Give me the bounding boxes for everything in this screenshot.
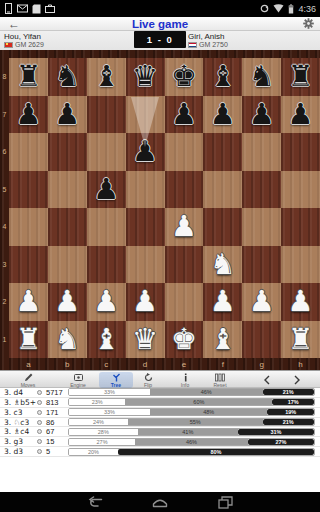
square-a5[interactable] (9, 171, 48, 209)
games-count: 15 (46, 437, 54, 446)
app-bar: ← Live game (0, 17, 320, 31)
square-h6[interactable] (281, 133, 320, 171)
briefcase-icon (45, 4, 55, 13)
square-c2[interactable]: ♟ (87, 283, 126, 321)
black-player-name: Giri, Anish (188, 32, 228, 41)
white-wins-segment: 20% (69, 449, 118, 455)
square-e6[interactable] (165, 133, 204, 171)
sd-card-icon (32, 4, 41, 14)
white-p-piece: ♟ (93, 287, 119, 316)
square-e4[interactable]: ♟ (165, 208, 204, 246)
tree-move-row-2[interactable]: 3. ♗b5+81323%60%17% (0, 398, 320, 408)
opening-book-icon (37, 400, 42, 405)
white-wins-segment: 33% (69, 389, 150, 395)
chevron-left-icon (263, 375, 271, 385)
games-count: 5 (46, 447, 50, 456)
black-p-piece: ♟ (54, 100, 80, 129)
square-a4[interactable] (9, 208, 48, 246)
square-d5[interactable] (126, 171, 165, 209)
square-f8[interactable]: ♝ (203, 58, 242, 96)
white-wins-segment: 24% (69, 419, 128, 425)
page-title: Live game (0, 18, 320, 30)
square-b7[interactable]: ♟ (48, 96, 87, 134)
square-a6[interactable] (9, 133, 48, 171)
rank-label-1: 1 (0, 321, 9, 359)
square-c3[interactable] (87, 246, 126, 284)
square-f6[interactable] (203, 133, 242, 171)
next-move-button[interactable] (290, 374, 304, 386)
tab-tree[interactable]: Tree (99, 372, 133, 388)
square-b2[interactable]: ♟ (48, 283, 87, 321)
tree-move: 3. ♗b5+ (4, 398, 36, 407)
android-nav-bar (0, 492, 320, 512)
square-a7[interactable]: ♟ (9, 96, 48, 134)
square-f7[interactable]: ♟ (203, 96, 242, 134)
square-g5[interactable] (242, 171, 281, 209)
square-g2[interactable]: ♟ (242, 283, 281, 321)
result-stats-bar: 24%55%21% (68, 418, 315, 426)
netherlands-flag-icon (188, 42, 197, 48)
tab-flip[interactable]: Flip (131, 372, 165, 388)
black-p-piece: ♟ (93, 175, 119, 204)
file-coordinates: abcdefgh (9, 358, 320, 370)
score-badge: 1 - 0 (134, 31, 186, 48)
tree-branch-icon (112, 373, 121, 382)
square-e5[interactable] (165, 171, 204, 209)
opening-book-icon (37, 390, 42, 395)
square-f3[interactable]: ♞ (203, 246, 242, 284)
status-bar: 4:36 (0, 0, 320, 17)
square-h7[interactable]: ♟ (281, 96, 320, 134)
android-recents-icon (218, 496, 233, 509)
square-e7[interactable]: ♟ (165, 96, 204, 134)
pencil-icon (24, 373, 33, 382)
prev-move-button[interactable] (260, 374, 274, 386)
black-n-piece: ♞ (54, 62, 80, 91)
draws-segment: 60% (125, 399, 272, 405)
square-c4[interactable] (87, 208, 126, 246)
square-d4[interactable] (126, 208, 165, 246)
draws-segment: 46% (150, 389, 263, 395)
envelope-icon (17, 4, 28, 13)
gear-icon (303, 18, 314, 29)
square-e1[interactable]: ♚ (165, 321, 204, 359)
chevron-right-icon (293, 375, 301, 385)
rank-label-5: 5 (0, 171, 9, 209)
square-e3[interactable] (165, 246, 204, 284)
white-r-piece: ♜ (15, 325, 41, 354)
opening-book-icon (37, 429, 42, 434)
white-k-piece: ♚ (171, 325, 197, 354)
flip-rotate-icon (144, 373, 153, 382)
android-back-icon (88, 496, 104, 509)
black-r-piece: ♜ (288, 62, 314, 91)
rank-label-6: 6 (0, 133, 9, 171)
opening-book-icon (37, 420, 42, 425)
white-q-piece: ♛ (132, 325, 158, 354)
black-p-piece: ♟ (210, 100, 236, 129)
square-f5[interactable] (203, 171, 242, 209)
black-wins-segment: 31% (238, 429, 314, 435)
square-d6[interactable]: ♟ (126, 133, 165, 171)
games-count: 813 (46, 398, 59, 407)
square-e8[interactable]: ♚ (165, 58, 204, 96)
file-label-h: h (281, 358, 320, 370)
white-wins-segment: 28% (69, 429, 138, 435)
white-n-piece: ♞ (210, 250, 236, 279)
square-h5[interactable] (281, 171, 320, 209)
opening-book-icon (37, 410, 42, 415)
black-b-piece: ♝ (210, 62, 236, 91)
black-r-piece: ♜ (15, 62, 41, 91)
file-label-d: d (126, 358, 165, 370)
rank-label-8: 8 (0, 58, 9, 96)
square-g4[interactable] (242, 208, 281, 246)
square-b4[interactable] (48, 208, 87, 246)
square-a1[interactable]: ♜ (9, 321, 48, 359)
draws-segment: 48% (150, 409, 268, 415)
result-stats-bar: 33%48%19% (68, 408, 315, 416)
tree-move: 3. g3 (4, 437, 23, 446)
tree-move: 3. ♗c4 (4, 427, 29, 436)
square-f1[interactable]: ♝ (203, 321, 242, 359)
square-d8[interactable]: ♛ (126, 58, 165, 96)
white-b-piece: ♝ (93, 325, 119, 354)
square-g3[interactable] (242, 246, 281, 284)
black-p-piece: ♟ (288, 100, 314, 129)
square-a8[interactable]: ♜ (9, 58, 48, 96)
white-wins-segment: 27% (69, 439, 135, 445)
android-home-icon (152, 496, 168, 508)
black-p-piece: ♟ (249, 100, 275, 129)
tree-move-row-3[interactable]: 3. c317133%48%19% (0, 408, 320, 418)
opening-book-icon (37, 449, 42, 454)
battery-icon (288, 4, 294, 14)
file-label-e: e (165, 358, 204, 370)
square-b1[interactable]: ♞ (48, 321, 87, 359)
white-p-piece: ♟ (171, 212, 197, 241)
black-q-piece: ♛ (132, 62, 158, 91)
file-label-c: c (87, 358, 126, 370)
result-stats-bar: 23%60%17% (68, 398, 315, 406)
opening-book-icon (37, 439, 42, 444)
china-flag-icon (4, 42, 13, 48)
square-g7[interactable]: ♟ (242, 96, 281, 134)
tree-move: 3. c3 (4, 408, 22, 417)
square-h3[interactable] (281, 246, 320, 284)
black-b-piece: ♝ (93, 62, 119, 91)
player-black: Giri, Anish GM 2750 (188, 32, 228, 49)
white-p-piece: ♟ (288, 287, 314, 316)
rank-label-2: 2 (0, 283, 9, 321)
tree-move: 3. ♘c3 (4, 418, 29, 427)
tree-move-row-5[interactable]: 3. ♗c46728%41%31% (0, 427, 320, 437)
square-c5[interactable]: ♟ (87, 171, 126, 209)
result-stats-bar: 27%46%27% (68, 438, 315, 446)
tree-move-row-1[interactable]: 3. d4571733%46%21% (0, 388, 320, 398)
square-g8[interactable]: ♞ (242, 58, 281, 96)
opening-tree-list: 3. d4571733%46%21%3. ♗b5+81323%60%17%3. … (0, 388, 320, 457)
player-white: Hou, Yifan GM 2629 (4, 32, 44, 49)
rank-coordinates: 87654321 (0, 58, 9, 358)
square-h8[interactable]: ♜ (281, 58, 320, 96)
black-p-piece: ♟ (15, 100, 41, 129)
reset-columns-icon (215, 373, 225, 382)
black-wins-segment: 21% (263, 419, 314, 425)
tab-moves[interactable]: Moves (11, 372, 45, 388)
square-b3[interactable] (48, 246, 87, 284)
white-r-piece: ♜ (288, 325, 314, 354)
white-player-rating: GM 2629 (15, 41, 44, 49)
games-count: 171 (46, 408, 59, 417)
app-screen: 4:36 ← Live game Hou, Yifan GM 2629 1 - … (0, 0, 320, 512)
rank-label-4: 4 (0, 208, 9, 246)
engine-chip-icon (73, 373, 84, 382)
file-label-a: a (9, 358, 48, 370)
rank-label-3: 3 (0, 246, 9, 284)
white-b-piece: ♝ (210, 325, 236, 354)
android-home-button[interactable] (145, 494, 175, 510)
result-stats-bar: 20%80% (68, 448, 315, 456)
black-p-piece: ♟ (132, 137, 158, 166)
tree-move: 3. d3 (4, 447, 23, 456)
square-d7[interactable] (126, 96, 165, 134)
player-bar: Hou, Yifan GM 2629 1 - 0 Giri, Anish GM … (0, 31, 320, 50)
square-d1[interactable]: ♛ (126, 321, 165, 359)
square-c6[interactable] (87, 133, 126, 171)
android-recents-button[interactable] (210, 494, 240, 510)
games-count: 67 (46, 427, 54, 436)
square-d3[interactable] (126, 246, 165, 284)
wifi-icon (273, 4, 284, 13)
square-h4[interactable] (281, 208, 320, 246)
white-p-piece: ♟ (15, 287, 41, 316)
draws-segment: 41% (138, 429, 238, 435)
clock-time: 4:36 (298, 4, 316, 14)
black-p-piece: ♟ (171, 100, 197, 129)
square-c1[interactable]: ♝ (87, 321, 126, 359)
square-b8[interactable]: ♞ (48, 58, 87, 96)
result-stats-bar: 33%46%21% (68, 388, 315, 396)
square-h2[interactable]: ♟ (281, 283, 320, 321)
draws-segment: 46% (135, 439, 248, 445)
info-icon (181, 373, 190, 382)
chess-board: 87654321 ♜♞♝♛♚♝♞♜♟♟♟♟♟♟♟♟♟♞♟♟♟♟♟♟♟♜♞♝♛♚♝… (0, 50, 320, 370)
tab-engine[interactable]: Engine (61, 372, 95, 388)
black-k-piece: ♚ (171, 62, 197, 91)
black-wins-segment: 27% (248, 439, 314, 445)
tree-move-row-4[interactable]: 3. ♘c38624%55%21% (0, 418, 320, 428)
square-a2[interactable]: ♟ (9, 283, 48, 321)
black-n-piece: ♞ (249, 62, 275, 91)
square-a3[interactable] (9, 246, 48, 284)
tree-move-row-6[interactable]: 3. g31527%46%27% (0, 437, 320, 447)
games-count: 86 (46, 418, 54, 427)
tree-move: 3. d4 (4, 388, 23, 397)
tab-info[interactable]: Info (168, 372, 202, 388)
square-h1[interactable]: ♜ (281, 321, 320, 359)
square-c7[interactable] (87, 96, 126, 134)
white-wins-segment: 33% (69, 409, 150, 415)
settings-button[interactable] (303, 18, 320, 29)
square-b6[interactable] (48, 133, 87, 171)
file-label-f: f (203, 358, 242, 370)
black-wins-segment: 80% (118, 449, 314, 455)
white-wins-segment: 23% (69, 399, 125, 405)
square-g1[interactable] (242, 321, 281, 359)
file-label-g: g (242, 358, 281, 370)
file-label-b: b (48, 358, 87, 370)
square-f2[interactable]: ♟ (203, 283, 242, 321)
tree-move-row-7[interactable]: 3. d3520%80% (0, 447, 320, 457)
square-e2[interactable] (165, 283, 204, 321)
black-wins-segment: 21% (263, 389, 314, 395)
rank-label-7: 7 (0, 96, 9, 134)
white-p-piece: ♟ (210, 287, 236, 316)
white-p-piece: ♟ (54, 287, 80, 316)
black-player-rating: GM 2750 (199, 41, 228, 49)
white-player-name: Hou, Yifan (4, 32, 44, 41)
android-back-button[interactable] (81, 494, 111, 510)
draws-segment: 55% (128, 419, 263, 425)
square-c8[interactable]: ♝ (87, 58, 126, 96)
white-n-piece: ♞ (54, 325, 80, 354)
result-stats-bar: 28%41%31% (68, 428, 315, 436)
white-p-piece: ♟ (132, 287, 158, 316)
sync-icon (260, 4, 269, 13)
square-b5[interactable] (48, 171, 87, 209)
tab-reset[interactable]: Reset (203, 372, 237, 388)
smartphone-icon (4, 3, 13, 14)
black-wins-segment: 17% (272, 399, 314, 405)
square-d2[interactable]: ♟ (126, 283, 165, 321)
bottom-toolbar: Moves Engine Tree Flip Info Reset (0, 370, 320, 388)
square-f4[interactable] (203, 208, 242, 246)
white-p-piece: ♟ (249, 287, 275, 316)
square-g6[interactable] (242, 133, 281, 171)
board-squares: ♜♞♝♛♚♝♞♜♟♟♟♟♟♟♟♟♟♞♟♟♟♟♟♟♟♜♞♝♛♚♝♜ (9, 58, 320, 358)
black-wins-segment: 19% (267, 409, 314, 415)
games-count: 5717 (46, 388, 63, 397)
